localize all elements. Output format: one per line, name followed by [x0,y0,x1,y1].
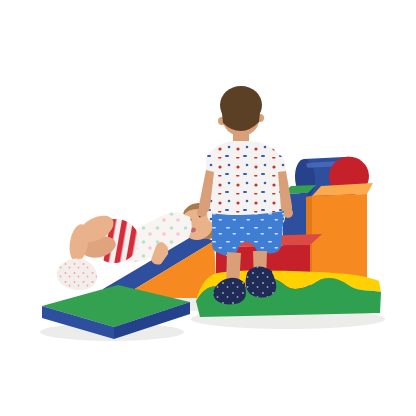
product-photo-canvas [0,0,416,416]
boy-sock-right [246,267,277,298]
tall-orange-block [306,183,373,283]
boy-hand-left [197,207,207,217]
orange-block-front [312,194,367,283]
boy-hand-right [283,208,293,218]
soft-play-scene [0,0,416,416]
